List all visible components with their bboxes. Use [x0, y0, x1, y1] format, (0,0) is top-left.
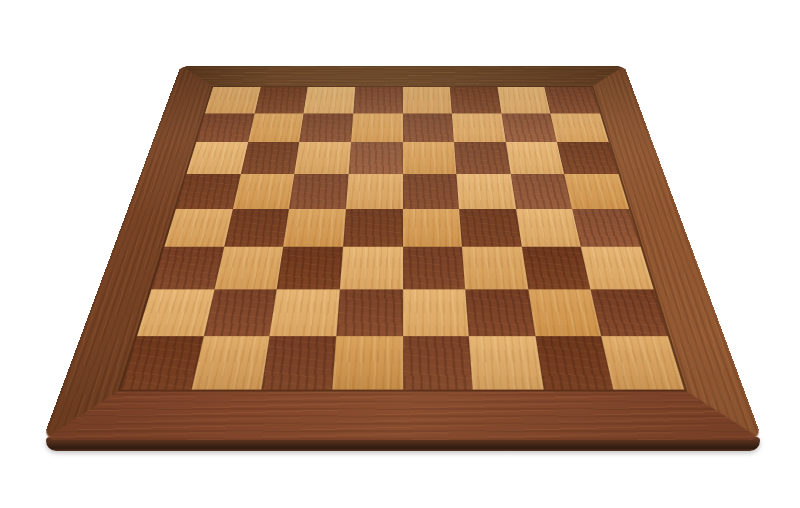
square-g2[interactable]: [528, 289, 602, 336]
square-h6[interactable]: [557, 142, 618, 174]
square-e1[interactable]: [403, 337, 473, 390]
square-c1[interactable]: [262, 337, 336, 390]
square-b6[interactable]: [241, 142, 300, 174]
square-h8[interactable]: [545, 87, 600, 114]
square-b5[interactable]: [233, 174, 295, 209]
photo-background: [0, 0, 800, 508]
square-a3[interactable]: [151, 247, 223, 289]
square-f8[interactable]: [450, 87, 501, 114]
square-b1[interactable]: [191, 337, 270, 390]
square-d1[interactable]: [332, 337, 402, 390]
square-g4[interactable]: [516, 209, 581, 247]
square-d8[interactable]: [353, 87, 402, 114]
square-b7[interactable]: [248, 113, 304, 142]
square-f4[interactable]: [459, 209, 521, 247]
square-c4[interactable]: [283, 209, 345, 247]
square-d3[interactable]: [340, 247, 403, 289]
square-h3[interactable]: [581, 247, 653, 289]
square-d2[interactable]: [336, 289, 402, 336]
square-c6[interactable]: [295, 142, 351, 174]
square-g1[interactable]: [535, 337, 614, 390]
square-h7[interactable]: [551, 113, 609, 142]
square-e2[interactable]: [403, 289, 469, 336]
square-b2[interactable]: [203, 289, 277, 336]
square-a7[interactable]: [196, 113, 254, 142]
square-c5[interactable]: [289, 174, 348, 209]
square-h4[interactable]: [572, 209, 640, 247]
square-g8[interactable]: [497, 87, 550, 114]
square-a2[interactable]: [137, 289, 214, 336]
square-e3[interactable]: [403, 247, 466, 289]
square-b8[interactable]: [254, 87, 307, 114]
square-a8[interactable]: [205, 87, 260, 114]
square-e7[interactable]: [403, 113, 455, 142]
square-a4[interactable]: [164, 209, 232, 247]
square-c3[interactable]: [277, 247, 343, 289]
square-g7[interactable]: [501, 113, 557, 142]
square-e5[interactable]: [403, 174, 460, 209]
square-f1[interactable]: [469, 337, 543, 390]
square-c8[interactable]: [304, 87, 355, 114]
square-a6[interactable]: [187, 142, 248, 174]
square-f7[interactable]: [452, 113, 506, 142]
square-e4[interactable]: [403, 209, 463, 247]
square-e6[interactable]: [403, 142, 457, 174]
square-g6[interactable]: [506, 142, 565, 174]
square-g3[interactable]: [522, 247, 591, 289]
square-a5[interactable]: [176, 174, 241, 209]
square-d4[interactable]: [343, 209, 403, 247]
square-c7[interactable]: [299, 113, 353, 142]
play-area: [121, 87, 684, 390]
square-d7[interactable]: [351, 113, 403, 142]
square-f2[interactable]: [465, 289, 535, 336]
square-f6[interactable]: [454, 142, 510, 174]
square-d5[interactable]: [346, 174, 403, 209]
square-h5[interactable]: [564, 174, 629, 209]
square-d6[interactable]: [349, 142, 403, 174]
square-f5[interactable]: [456, 174, 515, 209]
square-b3[interactable]: [214, 247, 283, 289]
square-c2[interactable]: [270, 289, 340, 336]
square-f3[interactable]: [462, 247, 528, 289]
chessboard: [42, 66, 762, 440]
square-g5[interactable]: [510, 174, 572, 209]
square-b4[interactable]: [224, 209, 289, 247]
square-e8[interactable]: [403, 87, 452, 114]
